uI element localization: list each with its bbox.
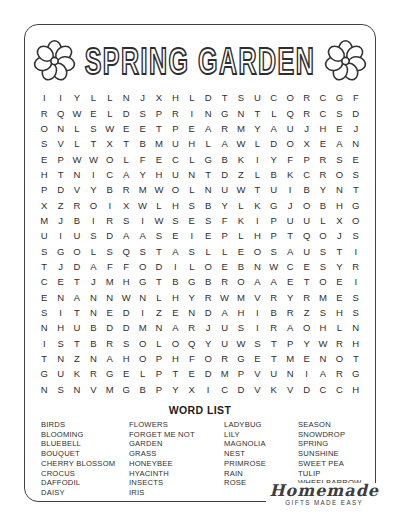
grid-cell: L [233, 197, 249, 212]
grid-cell: D [102, 228, 118, 243]
grid-cell: L [184, 259, 200, 274]
grid-cell: M [102, 382, 118, 397]
grid-cell: N [69, 382, 85, 397]
page-title: SPRING GARDEN [85, 40, 316, 82]
word-item: DAFFODIL [41, 478, 129, 488]
grid-cell: Z [233, 167, 249, 182]
grid-cell: V [85, 382, 101, 397]
grid-cell: R [298, 105, 314, 120]
grid-cell: I [85, 213, 101, 228]
grid-cell: O [282, 90, 298, 105]
grid-cell: Y [298, 336, 314, 351]
grid-cell: A [118, 167, 134, 182]
word-item: SPRING [298, 439, 363, 449]
grid-cell: C [315, 382, 331, 397]
grid-cell: M [134, 182, 150, 197]
grid-cell: T [200, 167, 216, 182]
grid-cell: L [118, 151, 134, 166]
grid-cell: D [118, 105, 134, 120]
grid-cell: T [69, 274, 85, 289]
grid-cell: N [118, 90, 134, 105]
grid-cell: I [85, 167, 101, 182]
word-item: GARDEN [129, 439, 224, 449]
grid-cell: O [348, 213, 364, 228]
grid-cell: T [118, 136, 134, 151]
grid-cell: M [36, 213, 52, 228]
grid-cell: E [36, 151, 52, 166]
grid-cell: C [315, 90, 331, 105]
grid-cell: S [118, 213, 134, 228]
grid-cell: H [348, 382, 364, 397]
grid-cell: P [266, 228, 282, 243]
grid-cell: R [298, 90, 314, 105]
grid-cell: A [167, 320, 183, 335]
grid-cell: H [315, 320, 331, 335]
grid-cell: B [216, 151, 232, 166]
word-list-column: BIRDSBLOOMINGBLUEBELLBOUQUETCHERRY BLOSS… [41, 420, 129, 498]
grid-cell: J [134, 90, 150, 105]
grid-cell: T [167, 366, 183, 381]
grid-cell: R [315, 151, 331, 166]
grid-cell: S [233, 90, 249, 105]
grid-cell: D [200, 305, 216, 320]
grid-cell: W [151, 213, 167, 228]
grid-cell: E [85, 105, 101, 120]
grid-cell: L [69, 136, 85, 151]
flower-icon [32, 37, 77, 85]
grid-cell: T [69, 305, 85, 320]
grid-cell: L [216, 244, 232, 259]
grid-cell: S [134, 244, 150, 259]
grid-cell: E [167, 228, 183, 243]
grid-cell: W [151, 182, 167, 197]
grid-cell: F [184, 351, 200, 366]
word-item: PRIMROSE [224, 459, 298, 469]
word-item: RAIN [224, 469, 298, 479]
grid-cell: B [266, 305, 282, 320]
grid-cell: R [216, 274, 232, 289]
grid-cell: Z [151, 305, 167, 320]
grid-cell: Y [167, 382, 183, 397]
grid-cell: P [151, 366, 167, 381]
grid-cell: O [134, 351, 150, 366]
grid-cell: X [102, 136, 118, 151]
grid-cell: Z [52, 197, 68, 212]
grid-cell: S [200, 213, 216, 228]
grid-cell: G [331, 90, 347, 105]
grid-cell: V [249, 290, 265, 305]
grid-cell: O [102, 151, 118, 166]
grid-cell: E [233, 244, 249, 259]
grid-cell: D [118, 305, 134, 320]
grid-cell: W [85, 151, 101, 166]
grid-cell: Y [331, 259, 347, 274]
grid-cell: H [331, 305, 347, 320]
grid-cell: S [331, 151, 347, 166]
grid-cell: T [298, 274, 314, 289]
grid-cell: H [331, 197, 347, 212]
grid-cell: R [315, 167, 331, 182]
grid-cell: Q [298, 228, 314, 243]
grid-cell: N [249, 259, 265, 274]
word-item: INSECTS [129, 478, 224, 488]
grid-cell: I [249, 151, 265, 166]
grid-cell: I [184, 228, 200, 243]
grid-cell: G [233, 351, 249, 366]
grid-cell: R [102, 213, 118, 228]
grid-cell: L [184, 90, 200, 105]
grid-cell: Y [69, 90, 85, 105]
grid-cell: O [249, 244, 265, 259]
grid-cell: T [36, 351, 52, 366]
grid-cell: E [167, 305, 183, 320]
grid-cell: A [315, 366, 331, 381]
grid-cell: T [151, 121, 167, 136]
grid-cell: H [348, 336, 364, 351]
grid-cell: T [331, 244, 347, 259]
grid-cell: H [167, 90, 183, 105]
grid-cell: E [102, 305, 118, 320]
grid-cell: T [249, 105, 265, 120]
grid-cell: F [134, 151, 150, 166]
grid-cell: D [266, 136, 282, 151]
grid-cell: P [266, 213, 282, 228]
grid-cell: A [249, 274, 265, 289]
grid-cell: G [134, 274, 150, 289]
grid-cell: D [118, 320, 134, 335]
grid-cell: C [298, 167, 314, 182]
grid-cell: V [249, 382, 265, 397]
grid-cell: L [184, 151, 200, 166]
grid-cell: R [200, 290, 216, 305]
grid-cell: R [216, 351, 232, 366]
word-search-grid: IIYLLNJXHLDTSUCORCGFRQWELDSPRINGNTLQRCSD… [36, 90, 364, 397]
grid-cell: B [69, 213, 85, 228]
grid-cell: L [134, 366, 150, 381]
grid-cell: S [36, 244, 52, 259]
grid-cell: G [102, 366, 118, 381]
grid-cell: N [85, 351, 101, 366]
grid-cell: B [233, 259, 249, 274]
grid-cell: U [282, 121, 298, 136]
grid-cell: X [331, 213, 347, 228]
grid-cell: S [52, 382, 68, 397]
grid-cell: T [151, 274, 167, 289]
grid-cell: K [282, 167, 298, 182]
word-item: BIRDS [41, 420, 129, 430]
grid-cell: L [151, 336, 167, 351]
grid-cell: U [298, 213, 314, 228]
grid-cell: S [266, 244, 282, 259]
grid-cell: L [184, 182, 200, 197]
grid-cell: N [52, 121, 68, 136]
grid-cell: R [282, 305, 298, 320]
grid-cell: W [118, 290, 134, 305]
grid-cell: O [315, 274, 331, 289]
grid-cell: E [36, 290, 52, 305]
grid-cell: G [52, 244, 68, 259]
word-item: IRIS [129, 488, 224, 498]
grid-cell: T [151, 244, 167, 259]
grid-cell: Y [134, 167, 150, 182]
grid-cell: F [118, 259, 134, 274]
grid-cell: I [52, 228, 68, 243]
grid-cell: E [184, 121, 200, 136]
grid-cell: Y [249, 121, 265, 136]
grid-cell: G [266, 197, 282, 212]
grid-cell: J [200, 320, 216, 335]
grid-cell: A [85, 259, 101, 274]
grid-cell: M [151, 136, 167, 151]
grid-cell: A [282, 244, 298, 259]
page-root: SPRING GARDEN IIYLLNJXHLDTSUCORCGFRQWELD… [0, 0, 400, 518]
grid-cell: W [69, 151, 85, 166]
grid-cell: S [348, 305, 364, 320]
grid-cell: B [200, 197, 216, 212]
grid-cell: B [102, 182, 118, 197]
grid-cell: H [167, 197, 183, 212]
grid-cell: J [52, 259, 68, 274]
grid-cell: I [167, 259, 183, 274]
grid-cell: B [134, 136, 150, 151]
word-list-heading: WORD LIST [0, 404, 400, 416]
word-item: SUNSHINE [298, 449, 363, 459]
grid-cell: O [134, 259, 150, 274]
grid-cell: K [266, 382, 282, 397]
grid-cell: N [200, 182, 216, 197]
grid-cell: B [85, 336, 101, 351]
grid-cell: U [266, 182, 282, 197]
grid-cell: L [200, 244, 216, 259]
grid-cell: O [298, 320, 314, 335]
grid-cell: O [331, 167, 347, 182]
grid-cell: W [102, 121, 118, 136]
grid-cell: W [266, 259, 282, 274]
grid-cell: X [118, 197, 134, 212]
word-item: GRASS [129, 449, 224, 459]
grid-cell: S [85, 121, 101, 136]
grid-cell: P [167, 121, 183, 136]
grid-cell: S [36, 136, 52, 151]
grid-cell: P [216, 228, 232, 243]
word-item: SEASON [298, 420, 363, 430]
grid-cell: D [151, 259, 167, 274]
grid-cell: L [151, 290, 167, 305]
grid-cell: V [52, 136, 68, 151]
word-item: HYACINTH [129, 469, 224, 479]
grid-cell: C [282, 259, 298, 274]
grid-cell: E [249, 351, 265, 366]
grid-cell: O [85, 197, 101, 212]
grid-cell: M [282, 351, 298, 366]
grid-cell: O [167, 336, 183, 351]
grid-cell: C [102, 167, 118, 182]
grid-cell: I [102, 197, 118, 212]
grid-cell: G [348, 366, 364, 381]
grid-cell: O [36, 121, 52, 136]
grid-cell: K [69, 366, 85, 381]
word-item: NEST [224, 449, 298, 459]
grid-cell: O [69, 244, 85, 259]
grid-cell: S [151, 228, 167, 243]
grid-cell: E [331, 121, 347, 136]
grid-cell: A [266, 274, 282, 289]
grid-cell: O [134, 336, 150, 351]
grid-cell: E [331, 274, 347, 289]
grid-cell: T [249, 182, 265, 197]
grid-cell: L [69, 121, 85, 136]
grid-cell: S [348, 290, 364, 305]
grid-cell: N [151, 320, 167, 335]
grid-cell: S [184, 244, 200, 259]
grid-cell: Y [282, 290, 298, 305]
grid-cell: H [151, 167, 167, 182]
grid-cell: R [216, 121, 232, 136]
grid-cell: E [216, 259, 232, 274]
grid-cell: U [167, 136, 183, 151]
grid-cell: W [315, 336, 331, 351]
grid-cell: B [315, 197, 331, 212]
grid-cell: H [249, 228, 265, 243]
grid-cell: N [348, 320, 364, 335]
grid-cell: N [184, 305, 200, 320]
grid-cell: Y [200, 336, 216, 351]
grid-cell: I [134, 213, 150, 228]
word-item: BLUEBELL [41, 439, 129, 449]
grid-cell: O [167, 182, 183, 197]
word-item: FORGET ME NOT [129, 430, 224, 440]
grid-cell: L [315, 213, 331, 228]
grid-cell: J [298, 121, 314, 136]
grid-cell: L [102, 90, 118, 105]
grid-cell: T [266, 336, 282, 351]
grid-cell: H [167, 351, 183, 366]
grid-cell: T [85, 136, 101, 151]
word-item: LADYBUG [224, 420, 298, 430]
grid-cell: I [249, 320, 265, 335]
grid-cell: N [184, 167, 200, 182]
grid-cell: Z [69, 351, 85, 366]
grid-cell: G [184, 274, 200, 289]
grid-cell: N [52, 351, 68, 366]
grid-cell: B [85, 320, 101, 335]
grid-cell: T [52, 167, 68, 182]
grid-cell: E [331, 290, 347, 305]
grid-cell: F [216, 213, 232, 228]
grid-cell: S [102, 244, 118, 259]
grid-cell: N [36, 320, 52, 335]
grid-cell: C [167, 151, 183, 166]
grid-cell: D [348, 105, 364, 120]
grid-cell: K [233, 151, 249, 166]
grid-cell: U [282, 213, 298, 228]
word-item: MAGNOLIA [224, 439, 298, 449]
grid-cell: L [85, 90, 101, 105]
grid-cell: U [266, 366, 282, 381]
grid-cell: O [200, 351, 216, 366]
grid-cell: J [282, 197, 298, 212]
grid-cell: W [134, 197, 150, 212]
grid-cell: D [102, 320, 118, 335]
grid-cell: A [216, 136, 232, 151]
grid-cell: X [151, 90, 167, 105]
grid-cell: U [69, 228, 85, 243]
grid-cell: S [36, 305, 52, 320]
grid-cell: R [331, 366, 347, 381]
grid-cell: S [348, 228, 364, 243]
grid-cell: M [233, 290, 249, 305]
grid-cell: C [315, 105, 331, 120]
grid-cell: A [102, 351, 118, 366]
grid-cell: O [298, 197, 314, 212]
grid-cell: M [233, 121, 249, 136]
grid-cell: L [331, 320, 347, 335]
grid-cell: O [331, 351, 347, 366]
grid-cell: A [134, 228, 150, 243]
word-item: BOUQUET [41, 449, 129, 459]
word-item: TULIP [298, 469, 363, 479]
grid-cell: D [69, 259, 85, 274]
grid-cell: Y [85, 182, 101, 197]
grid-cell: S [315, 259, 331, 274]
grid-cell: Q [52, 105, 68, 120]
grid-cell: P [151, 382, 167, 397]
grid-cell: D [200, 366, 216, 381]
grid-cell: I [282, 182, 298, 197]
grid-cell: C [266, 90, 282, 105]
grid-cell: S [184, 197, 200, 212]
grid-cell: A [118, 228, 134, 243]
word-item: DAISY [41, 488, 129, 498]
grid-cell: N [102, 290, 118, 305]
grid-cell: U [69, 320, 85, 335]
grid-cell: T [216, 90, 232, 105]
grid-cell: H [184, 136, 200, 151]
grid-cell: D [298, 382, 314, 397]
grid-cell: D [216, 167, 232, 182]
grid-cell: S [52, 336, 68, 351]
grid-cell: A [167, 244, 183, 259]
grid-cell: W [233, 336, 249, 351]
grid-cell: S [167, 213, 183, 228]
grid-cell: U [52, 366, 68, 381]
grid-cell: F [348, 90, 364, 105]
grid-cell: C [216, 382, 232, 397]
grid-cell: U [216, 336, 232, 351]
grid-cell: S [233, 320, 249, 335]
grid-cell: Q [184, 336, 200, 351]
grid-cell: R [298, 290, 314, 305]
grid-cell: N [134, 290, 150, 305]
grid-cell: E [348, 151, 364, 166]
grid-cell: M [102, 274, 118, 289]
grid-cell: U [298, 244, 314, 259]
grid-cell: J [348, 121, 364, 136]
grid-cell: G [200, 151, 216, 166]
grid-cell: B [167, 274, 183, 289]
publisher-logo: Homemade GIFTS MADE EASY [266, 483, 382, 506]
grid-cell: P [298, 151, 314, 166]
grid-cell: E [315, 136, 331, 151]
grid-cell: N [85, 290, 101, 305]
grid-cell: T [348, 182, 364, 197]
grid-cell: Y [216, 197, 232, 212]
grid-cell: S [249, 336, 265, 351]
grid-cell: I [200, 382, 216, 397]
grid-cell: M [134, 320, 150, 335]
grid-cell: Y [184, 290, 200, 305]
grid-cell: H [233, 305, 249, 320]
